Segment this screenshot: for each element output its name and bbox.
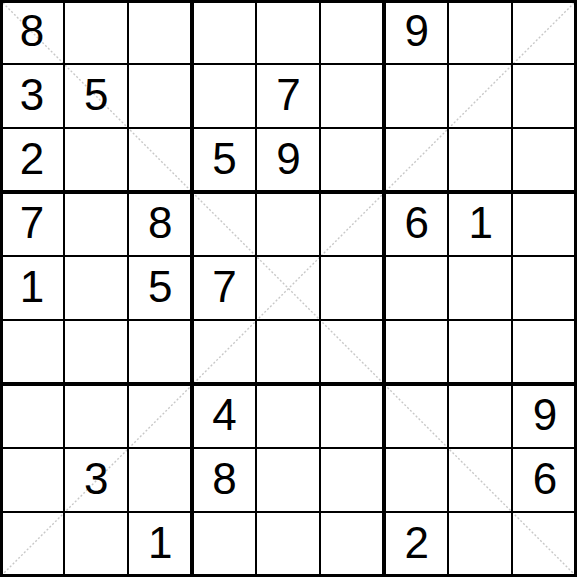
cell-r7c6[interactable] — [321, 385, 385, 449]
cell-r8c7[interactable] — [385, 449, 449, 513]
cell-r5c8[interactable] — [449, 256, 513, 320]
cell-r3c7[interactable] — [385, 128, 449, 192]
cell-r4c8[interactable]: 1 — [449, 192, 513, 256]
cell-r6c2[interactable] — [64, 321, 128, 385]
cell-r1c6[interactable] — [321, 0, 385, 64]
cell-r7c4[interactable]: 4 — [192, 385, 256, 449]
cell-r6c8[interactable] — [449, 321, 513, 385]
cell-r3c8[interactable] — [449, 128, 513, 192]
cell-r9c8[interactable] — [449, 513, 513, 577]
cell-r9c2[interactable] — [64, 513, 128, 577]
cell-r4c6[interactable] — [321, 192, 385, 256]
cell-r2c5[interactable]: 7 — [256, 64, 320, 128]
cell-r2c4[interactable] — [192, 64, 256, 128]
cell-r9c5[interactable] — [256, 513, 320, 577]
cell-r4c7[interactable]: 6 — [385, 192, 449, 256]
cell-r7c1[interactable] — [0, 385, 64, 449]
cell-r1c9[interactable] — [513, 0, 577, 64]
cell-r4c3[interactable]: 8 — [128, 192, 192, 256]
cell-r4c4[interactable] — [192, 192, 256, 256]
sudoku-board: 8935725978611574938612 — [0, 0, 577, 577]
cell-r7c5[interactable] — [256, 385, 320, 449]
cell-r5c1[interactable]: 1 — [0, 256, 64, 320]
cell-r7c3[interactable] — [128, 385, 192, 449]
cell-r6c1[interactable] — [0, 321, 64, 385]
cell-r1c8[interactable] — [449, 0, 513, 64]
cell-r3c2[interactable] — [64, 128, 128, 192]
cell-r3c1[interactable]: 2 — [0, 128, 64, 192]
cell-r3c6[interactable] — [321, 128, 385, 192]
cell-r8c4[interactable]: 8 — [192, 449, 256, 513]
cell-r8c8[interactable] — [449, 449, 513, 513]
cell-r6c3[interactable] — [128, 321, 192, 385]
cell-r6c7[interactable] — [385, 321, 449, 385]
cell-r2c1[interactable]: 3 — [0, 64, 64, 128]
cell-r7c7[interactable] — [385, 385, 449, 449]
cell-r7c2[interactable] — [64, 385, 128, 449]
cell-r4c1[interactable]: 7 — [0, 192, 64, 256]
cell-r5c9[interactable] — [513, 256, 577, 320]
cell-r6c4[interactable] — [192, 321, 256, 385]
cell-r5c7[interactable] — [385, 256, 449, 320]
cell-r4c5[interactable] — [256, 192, 320, 256]
cell-r8c2[interactable]: 3 — [64, 449, 128, 513]
sudoku-grid: 8935725978611574938612 — [0, 0, 577, 577]
cell-r9c1[interactable] — [0, 513, 64, 577]
cell-r3c4[interactable]: 5 — [192, 128, 256, 192]
cell-r7c9[interactable]: 9 — [513, 385, 577, 449]
cell-r3c3[interactable] — [128, 128, 192, 192]
cell-r4c9[interactable] — [513, 192, 577, 256]
cell-r6c9[interactable] — [513, 321, 577, 385]
cell-r2c8[interactable] — [449, 64, 513, 128]
cell-r9c7[interactable]: 2 — [385, 513, 449, 577]
cell-r3c5[interactable]: 9 — [256, 128, 320, 192]
cell-r5c4[interactable]: 7 — [192, 256, 256, 320]
cell-r2c2[interactable]: 5 — [64, 64, 128, 128]
cell-r1c5[interactable] — [256, 0, 320, 64]
cell-r1c4[interactable] — [192, 0, 256, 64]
cell-r6c6[interactable] — [321, 321, 385, 385]
cell-r6c5[interactable] — [256, 321, 320, 385]
cell-r4c2[interactable] — [64, 192, 128, 256]
cell-r2c6[interactable] — [321, 64, 385, 128]
cell-r1c1[interactable]: 8 — [0, 0, 64, 64]
cell-r2c3[interactable] — [128, 64, 192, 128]
cell-r1c3[interactable] — [128, 0, 192, 64]
cell-r9c4[interactable] — [192, 513, 256, 577]
cell-r9c3[interactable]: 1 — [128, 513, 192, 577]
cell-r8c5[interactable] — [256, 449, 320, 513]
cell-r1c7[interactable]: 9 — [385, 0, 449, 64]
cell-r3c9[interactable] — [513, 128, 577, 192]
cell-r9c6[interactable] — [321, 513, 385, 577]
cell-r9c9[interactable] — [513, 513, 577, 577]
cell-r5c2[interactable] — [64, 256, 128, 320]
cell-r5c5[interactable] — [256, 256, 320, 320]
cell-r8c3[interactable] — [128, 449, 192, 513]
cell-r5c6[interactable] — [321, 256, 385, 320]
cell-r7c8[interactable] — [449, 385, 513, 449]
cell-r8c9[interactable]: 6 — [513, 449, 577, 513]
cell-r8c6[interactable] — [321, 449, 385, 513]
cell-r8c1[interactable] — [0, 449, 64, 513]
cell-r2c9[interactable] — [513, 64, 577, 128]
cell-r2c7[interactable] — [385, 64, 449, 128]
cell-r5c3[interactable]: 5 — [128, 256, 192, 320]
cell-r1c2[interactable] — [64, 0, 128, 64]
